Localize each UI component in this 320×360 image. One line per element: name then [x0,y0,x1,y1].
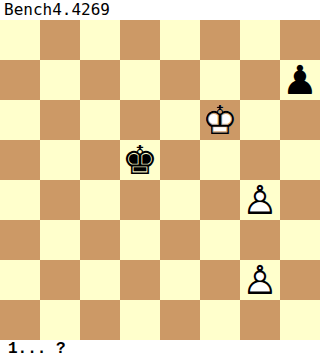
square-f3[interactable] [200,220,240,260]
square-g4[interactable]: ♟♙ [240,180,280,220]
square-h2[interactable] [280,260,320,300]
square-g7[interactable] [240,60,280,100]
square-f1[interactable] [200,300,240,340]
square-g1[interactable] [240,300,280,340]
square-b5[interactable] [40,140,80,180]
square-a2[interactable] [0,260,40,300]
square-c2[interactable] [80,260,120,300]
square-b4[interactable] [40,180,80,220]
square-e1[interactable] [160,300,200,340]
square-a3[interactable] [0,220,40,260]
square-h7[interactable]: ♟ [280,60,320,100]
square-f6[interactable]: ♚♔ [200,100,240,140]
square-c8[interactable] [80,20,120,60]
square-d2[interactable] [120,260,160,300]
square-a5[interactable] [0,140,40,180]
square-b8[interactable] [40,20,80,60]
square-h6[interactable] [280,100,320,140]
square-g2[interactable]: ♟♙ [240,260,280,300]
diagram-title: Bench4.4269 [0,0,320,20]
square-e5[interactable] [160,140,200,180]
square-d6[interactable] [120,100,160,140]
square-c4[interactable] [80,180,120,220]
square-e6[interactable] [160,100,200,140]
square-h8[interactable] [280,20,320,60]
square-b3[interactable] [40,220,80,260]
move-prompt: 1... ? [0,340,320,360]
square-b2[interactable] [40,260,80,300]
square-d7[interactable] [120,60,160,100]
square-h1[interactable] [280,300,320,340]
square-c1[interactable] [80,300,120,340]
square-c7[interactable] [80,60,120,100]
black-pawn-piece: ♟ [280,60,320,100]
square-d3[interactable] [120,220,160,260]
square-e7[interactable] [160,60,200,100]
square-f8[interactable] [200,20,240,60]
white-pawn-piece: ♟♙ [240,260,280,300]
square-d4[interactable] [120,180,160,220]
square-f4[interactable] [200,180,240,220]
square-c3[interactable] [80,220,120,260]
square-f2[interactable] [200,260,240,300]
square-b1[interactable] [40,300,80,340]
white-pawn-piece: ♟♙ [240,180,280,220]
square-c5[interactable] [80,140,120,180]
square-d1[interactable] [120,300,160,340]
square-f7[interactable] [200,60,240,100]
square-e2[interactable] [160,260,200,300]
square-a1[interactable] [0,300,40,340]
square-e3[interactable] [160,220,200,260]
square-g8[interactable] [240,20,280,60]
square-d5[interactable]: ♚ [120,140,160,180]
square-d8[interactable] [120,20,160,60]
white-king-piece: ♚♔ [200,100,240,140]
square-b6[interactable] [40,100,80,140]
square-h4[interactable] [280,180,320,220]
square-f5[interactable] [200,140,240,180]
chess-board: ♟♚♔♚♟♙♟♙ [0,20,320,340]
square-g5[interactable] [240,140,280,180]
square-e8[interactable] [160,20,200,60]
square-c6[interactable] [80,100,120,140]
square-e4[interactable] [160,180,200,220]
square-a7[interactable] [0,60,40,100]
square-a6[interactable] [0,100,40,140]
square-b7[interactable] [40,60,80,100]
black-king-piece: ♚ [120,140,160,180]
square-h3[interactable] [280,220,320,260]
square-g3[interactable] [240,220,280,260]
square-a4[interactable] [0,180,40,220]
square-g6[interactable] [240,100,280,140]
square-h5[interactable] [280,140,320,180]
square-a8[interactable] [0,20,40,60]
